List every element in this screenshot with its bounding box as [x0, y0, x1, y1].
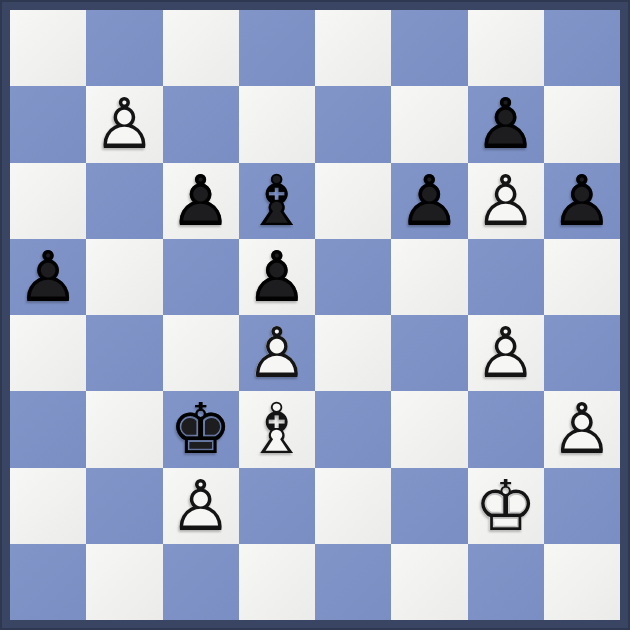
square-g7[interactable]: ♟♙ — [468, 86, 544, 162]
square-d5[interactable]: ♟♙ — [239, 239, 315, 315]
white-king[interactable]: ♚♔ — [468, 468, 544, 544]
piece-outline-glyph: ♙ — [544, 391, 620, 467]
piece-outline-glyph: ♙ — [391, 163, 467, 239]
black-pawn[interactable]: ♟♙ — [391, 163, 467, 239]
square-h4[interactable] — [544, 315, 620, 391]
square-e6[interactable] — [315, 163, 391, 239]
square-g1[interactable] — [468, 544, 544, 620]
square-e8[interactable] — [315, 10, 391, 86]
black-king[interactable]: ♚♔ — [163, 391, 239, 467]
piece-outline-glyph: ♙ — [468, 315, 544, 391]
square-e1[interactable] — [315, 544, 391, 620]
piece-outline-glyph: ♔ — [163, 391, 239, 467]
square-h6[interactable]: ♟♙ — [544, 163, 620, 239]
black-pawn[interactable]: ♟♙ — [239, 239, 315, 315]
square-f4[interactable] — [391, 315, 467, 391]
black-bishop[interactable]: ♝♗ — [239, 163, 315, 239]
square-f5[interactable] — [391, 239, 467, 315]
square-g2[interactable]: ♚♔ — [468, 468, 544, 544]
square-f2[interactable] — [391, 468, 467, 544]
white-pawn[interactable]: ♟♙ — [239, 315, 315, 391]
square-h5[interactable] — [544, 239, 620, 315]
square-b7[interactable]: ♟♙ — [86, 86, 162, 162]
square-g3[interactable] — [468, 391, 544, 467]
square-h8[interactable] — [544, 10, 620, 86]
square-b8[interactable] — [86, 10, 162, 86]
square-d8[interactable] — [239, 10, 315, 86]
white-pawn[interactable]: ♟♙ — [163, 468, 239, 544]
square-a5[interactable]: ♟♙ — [10, 239, 86, 315]
square-c2[interactable]: ♟♙ — [163, 468, 239, 544]
square-g8[interactable] — [468, 10, 544, 86]
piece-outline-glyph: ♔ — [468, 468, 544, 544]
white-pawn[interactable]: ♟♙ — [468, 315, 544, 391]
square-c5[interactable] — [163, 239, 239, 315]
square-a3[interactable] — [10, 391, 86, 467]
square-h1[interactable] — [544, 544, 620, 620]
square-f7[interactable] — [391, 86, 467, 162]
black-pawn[interactable]: ♟♙ — [544, 163, 620, 239]
square-d4[interactable]: ♟♙ — [239, 315, 315, 391]
square-a4[interactable] — [10, 315, 86, 391]
square-f6[interactable]: ♟♙ — [391, 163, 467, 239]
square-b2[interactable] — [86, 468, 162, 544]
piece-outline-glyph: ♗ — [239, 163, 315, 239]
white-pawn[interactable]: ♟♙ — [544, 391, 620, 467]
piece-outline-glyph: ♙ — [86, 86, 162, 162]
square-a7[interactable] — [10, 86, 86, 162]
piece-outline-glyph: ♙ — [468, 86, 544, 162]
white-bishop[interactable]: ♝♗ — [239, 391, 315, 467]
square-d6[interactable]: ♝♗ — [239, 163, 315, 239]
square-b3[interactable] — [86, 391, 162, 467]
black-pawn[interactable]: ♟♙ — [10, 239, 86, 315]
square-d2[interactable] — [239, 468, 315, 544]
square-c1[interactable] — [163, 544, 239, 620]
piece-outline-glyph: ♙ — [544, 163, 620, 239]
square-b4[interactable] — [86, 315, 162, 391]
piece-outline-glyph: ♙ — [239, 239, 315, 315]
square-a2[interactable] — [10, 468, 86, 544]
square-g6[interactable]: ♟♙ — [468, 163, 544, 239]
square-b1[interactable] — [86, 544, 162, 620]
square-f8[interactable] — [391, 10, 467, 86]
square-a8[interactable] — [10, 10, 86, 86]
square-d7[interactable] — [239, 86, 315, 162]
white-pawn[interactable]: ♟♙ — [86, 86, 162, 162]
square-g5[interactable] — [468, 239, 544, 315]
piece-outline-glyph: ♙ — [239, 315, 315, 391]
square-e3[interactable] — [315, 391, 391, 467]
square-c8[interactable] — [163, 10, 239, 86]
piece-outline-glyph: ♙ — [468, 163, 544, 239]
square-h3[interactable]: ♟♙ — [544, 391, 620, 467]
piece-outline-glyph: ♙ — [10, 239, 86, 315]
square-d1[interactable] — [239, 544, 315, 620]
chess-board: ♟♙♟♙♟♙♝♗♟♙♟♙♟♙♟♙♟♙♟♙♟♙♚♔♝♗♟♙♟♙♚♔ — [10, 10, 620, 620]
square-a1[interactable] — [10, 544, 86, 620]
square-e7[interactable] — [315, 86, 391, 162]
square-e4[interactable] — [315, 315, 391, 391]
piece-outline-glyph: ♗ — [239, 391, 315, 467]
square-c4[interactable] — [163, 315, 239, 391]
piece-outline-glyph: ♙ — [163, 163, 239, 239]
square-e2[interactable] — [315, 468, 391, 544]
square-d3[interactable]: ♝♗ — [239, 391, 315, 467]
white-pawn[interactable]: ♟♙ — [468, 163, 544, 239]
square-h2[interactable] — [544, 468, 620, 544]
square-b5[interactable] — [86, 239, 162, 315]
square-b6[interactable] — [86, 163, 162, 239]
square-c6[interactable]: ♟♙ — [163, 163, 239, 239]
board-frame: ♟♙♟♙♟♙♝♗♟♙♟♙♟♙♟♙♟♙♟♙♟♙♚♔♝♗♟♙♟♙♚♔ — [0, 0, 630, 630]
square-c7[interactable] — [163, 86, 239, 162]
black-pawn[interactable]: ♟♙ — [468, 86, 544, 162]
square-c3[interactable]: ♚♔ — [163, 391, 239, 467]
square-f3[interactable] — [391, 391, 467, 467]
square-a6[interactable] — [10, 163, 86, 239]
square-e5[interactable] — [315, 239, 391, 315]
square-h7[interactable] — [544, 86, 620, 162]
piece-outline-glyph: ♙ — [163, 468, 239, 544]
black-pawn[interactable]: ♟♙ — [163, 163, 239, 239]
square-g4[interactable]: ♟♙ — [468, 315, 544, 391]
square-f1[interactable] — [391, 544, 467, 620]
